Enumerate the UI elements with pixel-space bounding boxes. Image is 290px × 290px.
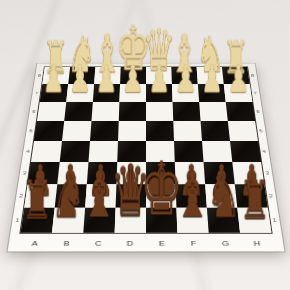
rank-label-1-right: 1 [269, 216, 280, 225]
board-grid: ♜♞♝♚♛♝♞♜♟♟♟♟♟♟♟♟♟♟♟♟♟♟♟♟♜♞♝♛♚♝♞♜ [21, 67, 272, 233]
piece-light-pawn[interactable]: ♟ [69, 60, 91, 98]
piece-dark-knight[interactable]: ♞ [206, 166, 241, 226]
square-g6[interactable] [199, 102, 228, 121]
square-h7[interactable]: ♟ [224, 84, 253, 102]
rank-label-7-right: 7 [251, 90, 260, 96]
square-e7[interactable]: ♟ [146, 84, 173, 102]
piece-light-pawn[interactable]: ♟ [227, 60, 249, 98]
piece-dark-rook[interactable]: ♜ [239, 173, 270, 226]
square-f6[interactable] [173, 102, 201, 121]
square-f7[interactable]: ♟ [172, 84, 199, 102]
square-c6[interactable] [91, 102, 119, 121]
file-label-f: F [178, 238, 210, 248]
file-label-b: B [50, 238, 83, 248]
square-b6[interactable] [64, 102, 93, 121]
square-e6[interactable] [146, 102, 173, 121]
square-c5[interactable] [90, 121, 119, 141]
rank-label-8-left: 8 [35, 72, 44, 78]
square-g7[interactable]: ♟ [198, 84, 226, 102]
square-a6[interactable] [37, 102, 66, 121]
chess-board: ♜♞♝♚♛♝♞♜♟♟♟♟♟♟♟♟♟♟♟♟♟♟♟♟♜♞♝♛♚♝♞♜ ABCDEFG… [8, 63, 285, 251]
square-b7[interactable]: ♟ [66, 84, 94, 102]
square-a7[interactable]: ♟ [40, 84, 69, 102]
rank-label-5-right: 5 [256, 127, 266, 134]
piece-dark-rook[interactable]: ♜ [22, 173, 53, 226]
file-labels: ABCDEFGH [18, 238, 273, 248]
rank-label-7-left: 7 [32, 90, 41, 96]
rank-label-5-left: 5 [26, 127, 36, 134]
square-h5[interactable] [228, 121, 258, 141]
file-label-h: H [241, 238, 274, 248]
square-a5[interactable] [34, 121, 64, 141]
rank-label-6-right: 6 [253, 108, 263, 115]
square-f5[interactable] [173, 121, 202, 141]
chess-photo-scene: ♜♞♝♚♛♝♞♜♟♟♟♟♟♟♟♟♟♟♟♟♟♟♟♟♜♞♝♛♚♝♞♜ ABCDEFG… [0, 0, 290, 290]
square-e5[interactable] [146, 121, 174, 141]
piece-light-pawn[interactable]: ♟ [122, 60, 144, 98]
square-h1[interactable]: ♜ [237, 208, 271, 233]
square-b5[interactable] [62, 121, 91, 141]
file-label-c: C [82, 238, 114, 248]
square-d5[interactable] [118, 121, 146, 141]
piece-light-pawn[interactable]: ♟ [43, 60, 65, 98]
rank-label-8-right: 8 [248, 72, 257, 78]
file-label-e: E [146, 238, 178, 248]
rank-label-6-left: 6 [29, 108, 39, 115]
piece-light-pawn[interactable]: ♟ [148, 60, 170, 98]
file-label-d: D [114, 238, 146, 248]
square-h6[interactable] [226, 102, 255, 121]
piece-light-pawn[interactable]: ♟ [95, 60, 117, 98]
rank-label-4-right: 4 [259, 148, 269, 156]
piece-light-pawn[interactable]: ♟ [175, 60, 197, 98]
file-label-a: A [18, 238, 51, 248]
square-g1[interactable]: ♞ [207, 208, 240, 233]
square-e1[interactable]: ♚ [146, 208, 177, 233]
piece-light-pawn[interactable]: ♟ [201, 60, 223, 98]
file-label-g: G [209, 238, 242, 248]
square-g5[interactable] [201, 121, 230, 141]
square-c7[interactable]: ♟ [93, 84, 120, 102]
square-a1[interactable]: ♜ [21, 208, 55, 233]
square-d6[interactable] [119, 102, 146, 121]
square-d7[interactable]: ♟ [119, 84, 146, 102]
square-f1[interactable]: ♝ [176, 208, 208, 233]
